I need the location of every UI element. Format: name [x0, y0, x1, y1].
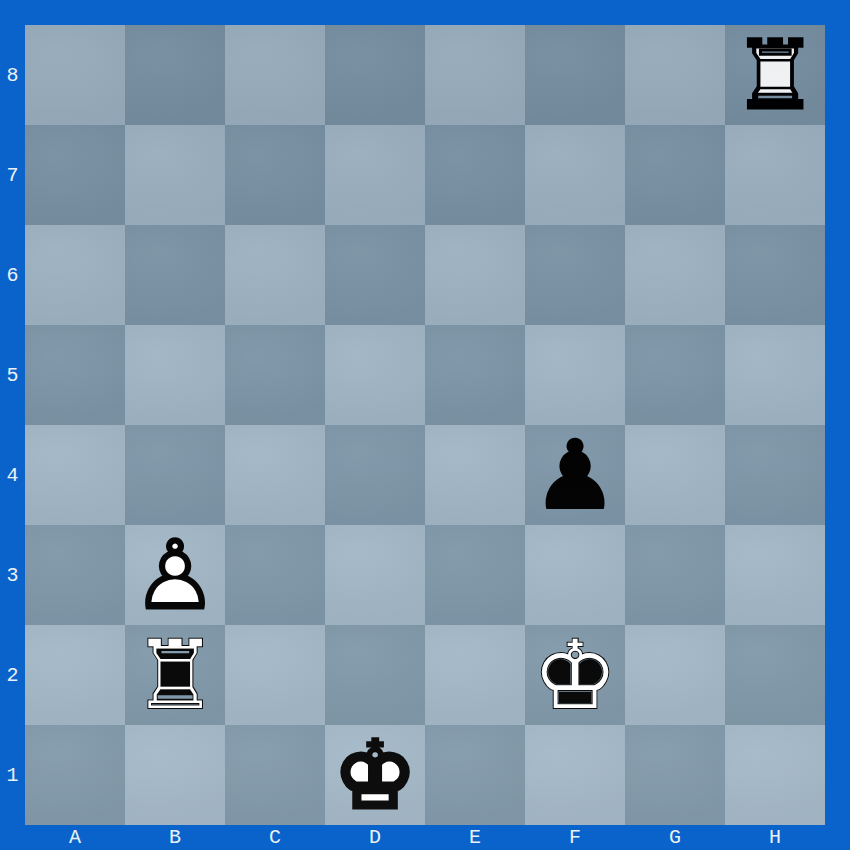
- square-g4[interactable]: [625, 425, 725, 525]
- square-e2[interactable]: [425, 625, 525, 725]
- square-b6[interactable]: [125, 225, 225, 325]
- square-b2[interactable]: ♜♖: [125, 625, 225, 725]
- square-b8[interactable]: [125, 25, 225, 125]
- square-h3[interactable]: [725, 525, 825, 625]
- square-a1[interactable]: [25, 725, 125, 825]
- black-pawn-glyph: ♟: [525, 425, 625, 525]
- file-label-b: B: [125, 825, 225, 850]
- file-label-c: C: [225, 825, 325, 850]
- square-f5[interactable]: [525, 325, 625, 425]
- piece-white-rook-h8[interactable]: ♜♖: [725, 25, 825, 125]
- square-e1[interactable]: [425, 725, 525, 825]
- rank-label-4: 4: [0, 425, 25, 525]
- chess-board-frame: 87654321 ♜♖♟♙♟♙♜♖♚♔♚♔ ABCDEFGH: [0, 0, 850, 850]
- square-a4[interactable]: [25, 425, 125, 525]
- rank-label-1: 1: [0, 725, 25, 825]
- square-d6[interactable]: [325, 225, 425, 325]
- square-g2[interactable]: [625, 625, 725, 725]
- black-king-detail-lines: ♔: [525, 625, 625, 725]
- white-rook-detail-lines: ♖: [725, 25, 825, 125]
- square-c2[interactable]: [225, 625, 325, 725]
- square-b5[interactable]: [125, 325, 225, 425]
- square-f2[interactable]: ♚♔: [525, 625, 625, 725]
- square-g1[interactable]: [625, 725, 725, 825]
- square-c8[interactable]: [225, 25, 325, 125]
- square-e8[interactable]: [425, 25, 525, 125]
- file-label-g: G: [625, 825, 725, 850]
- square-d8[interactable]: [325, 25, 425, 125]
- square-b7[interactable]: [125, 125, 225, 225]
- piece-black-king-f2[interactable]: ♚♔: [525, 625, 625, 725]
- square-h6[interactable]: [725, 225, 825, 325]
- square-d2[interactable]: [325, 625, 425, 725]
- square-e7[interactable]: [425, 125, 525, 225]
- square-d7[interactable]: [325, 125, 425, 225]
- square-h2[interactable]: [725, 625, 825, 725]
- square-e3[interactable]: [425, 525, 525, 625]
- rank-label-8: 8: [0, 25, 25, 125]
- square-e5[interactable]: [425, 325, 525, 425]
- square-g8[interactable]: [625, 25, 725, 125]
- square-g7[interactable]: [625, 125, 725, 225]
- square-a3[interactable]: [25, 525, 125, 625]
- square-g3[interactable]: [625, 525, 725, 625]
- white-king-detail-lines: ♔: [325, 725, 425, 825]
- square-f8[interactable]: [525, 25, 625, 125]
- square-d4[interactable]: [325, 425, 425, 525]
- square-c7[interactable]: [225, 125, 325, 225]
- square-h8[interactable]: ♜♖: [725, 25, 825, 125]
- square-c4[interactable]: [225, 425, 325, 525]
- square-d5[interactable]: [325, 325, 425, 425]
- square-h5[interactable]: [725, 325, 825, 425]
- square-a6[interactable]: [25, 225, 125, 325]
- square-f7[interactable]: [525, 125, 625, 225]
- rank-label-6: 6: [0, 225, 25, 325]
- square-h1[interactable]: [725, 725, 825, 825]
- chess-board: ♜♖♟♙♟♙♜♖♚♔♚♔: [25, 25, 825, 825]
- square-f4[interactable]: ♟♙: [525, 425, 625, 525]
- square-h4[interactable]: [725, 425, 825, 525]
- square-g6[interactable]: [625, 225, 725, 325]
- rank-labels: 87654321: [0, 25, 25, 825]
- piece-black-pawn-f4[interactable]: ♟♙: [525, 425, 625, 525]
- square-a8[interactable]: [25, 25, 125, 125]
- file-label-e: E: [425, 825, 525, 850]
- rank-label-5: 5: [0, 325, 25, 425]
- square-e4[interactable]: [425, 425, 525, 525]
- white-pawn-detail-lines: ♙: [125, 525, 225, 625]
- file-label-f: F: [525, 825, 625, 850]
- square-f6[interactable]: [525, 225, 625, 325]
- square-b1[interactable]: [125, 725, 225, 825]
- piece-black-rook-b2[interactable]: ♜♖: [125, 625, 225, 725]
- square-f3[interactable]: [525, 525, 625, 625]
- square-c6[interactable]: [225, 225, 325, 325]
- square-c3[interactable]: [225, 525, 325, 625]
- square-d1[interactable]: ♚♔: [325, 725, 425, 825]
- rank-label-3: 3: [0, 525, 25, 625]
- square-f1[interactable]: [525, 725, 625, 825]
- square-b4[interactable]: [125, 425, 225, 525]
- file-label-h: H: [725, 825, 825, 850]
- rank-label-2: 2: [0, 625, 25, 725]
- rank-label-7: 7: [0, 125, 25, 225]
- square-e6[interactable]: [425, 225, 525, 325]
- piece-white-king-d1[interactable]: ♚♔: [325, 725, 425, 825]
- black-rook-detail-lines: ♖: [125, 625, 225, 725]
- square-a2[interactable]: [25, 625, 125, 725]
- file-labels: ABCDEFGH: [25, 825, 825, 850]
- square-a7[interactable]: [25, 125, 125, 225]
- piece-white-pawn-b3[interactable]: ♟♙: [125, 525, 225, 625]
- square-c5[interactable]: [225, 325, 325, 425]
- square-d3[interactable]: [325, 525, 425, 625]
- square-c1[interactable]: [225, 725, 325, 825]
- square-a5[interactable]: [25, 325, 125, 425]
- square-h7[interactable]: [725, 125, 825, 225]
- square-g5[interactable]: [625, 325, 725, 425]
- square-b3[interactable]: ♟♙: [125, 525, 225, 625]
- file-label-a: A: [25, 825, 125, 850]
